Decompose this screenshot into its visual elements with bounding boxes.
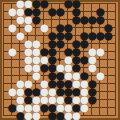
black-stone: ●: [64, 32, 71, 39]
black-stone: ●: [56, 8, 63, 15]
black-stone: ●: [40, 64, 47, 71]
white-stone: ●: [88, 64, 95, 71]
black-stone: ●: [80, 40, 87, 47]
white-stone: ●: [24, 112, 31, 119]
white-stone: ●: [32, 72, 39, 79]
black-stone: ●: [56, 112, 63, 119]
black-stone: ●: [16, 112, 23, 119]
hoshi-point: [58, 58, 61, 61]
white-stone: ●: [24, 24, 31, 31]
black-stone: ●: [88, 16, 95, 23]
black-stone: ●: [8, 104, 15, 111]
black-stone: ●: [88, 96, 95, 103]
white-stone: ●: [8, 48, 15, 55]
white-stone: ●: [8, 8, 15, 15]
white-stone: ●: [80, 104, 87, 111]
white-stone: ●: [72, 112, 79, 119]
black-stone: ●: [40, 104, 47, 111]
white-stone: ●: [16, 16, 23, 23]
black-stone: ●: [104, 32, 111, 39]
white-stone: ●: [40, 24, 47, 31]
black-stone: ●: [80, 16, 87, 23]
white-stone: ●: [16, 32, 23, 39]
black-stone: ●: [40, 0, 47, 7]
white-stone: ●: [64, 112, 71, 119]
white-stone: ●: [32, 112, 39, 119]
black-stone: ●: [48, 112, 55, 119]
hoshi-point: [90, 26, 93, 29]
go-board[interactable]: ●●●●●●●●●●●●●●●●●●●●●●●●●●●●●●●●●●●●●●●●…: [0, 0, 120, 120]
black-stone: ●: [32, 16, 39, 23]
white-stone: ●: [24, 64, 31, 71]
black-stone: ●: [72, 16, 79, 23]
white-stone: ●: [96, 48, 103, 55]
black-stone: ●: [80, 56, 87, 63]
white-stone: ●: [96, 72, 103, 79]
black-stone: ●: [48, 8, 55, 15]
white-stone: ●: [8, 88, 15, 95]
black-stone: ●: [56, 40, 63, 47]
white-stone: ●: [8, 24, 15, 31]
black-stone: ●: [96, 16, 103, 23]
black-stone: ●: [96, 32, 103, 39]
black-stone: ●: [64, 0, 71, 7]
black-stone: ●: [88, 32, 95, 39]
